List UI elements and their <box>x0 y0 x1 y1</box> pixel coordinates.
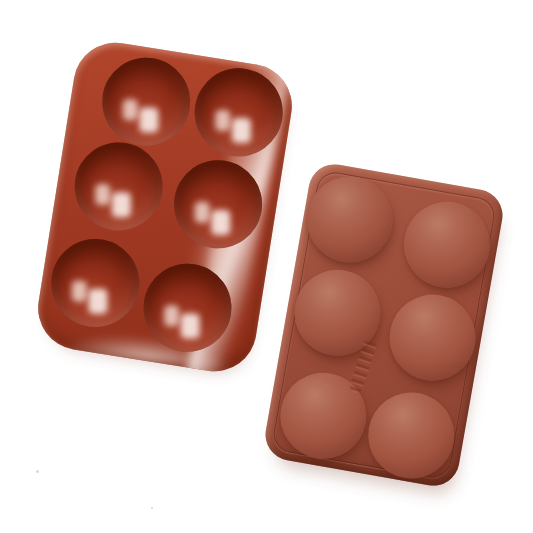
product-photo-canvas <box>0 0 533 533</box>
cavity-6 <box>137 257 238 358</box>
cavity-3 <box>68 136 169 237</box>
window-reflection <box>195 202 210 223</box>
dome-1 <box>300 170 400 270</box>
cavity-1 <box>96 51 197 152</box>
window-reflection <box>212 210 231 235</box>
window-reflection <box>72 281 87 302</box>
dome-2 <box>397 195 497 295</box>
dust-speck <box>151 507 153 509</box>
window-reflection <box>89 289 108 314</box>
window-reflection <box>112 192 131 217</box>
window-reflection <box>95 184 110 205</box>
window-reflection <box>232 118 251 143</box>
cavity-4 <box>168 154 269 255</box>
dome-6 <box>361 386 461 486</box>
dust-speck <box>36 470 39 473</box>
window-reflection <box>215 110 230 131</box>
cavity-2 <box>188 62 289 163</box>
left-mold-cavity-side <box>32 37 298 378</box>
right-mold-dome-side <box>261 160 506 489</box>
window-reflection <box>164 305 179 326</box>
window-reflection <box>123 99 138 120</box>
window-reflection <box>140 108 159 133</box>
cavity-5 <box>45 233 146 334</box>
window-reflection <box>181 314 200 339</box>
dome-4 <box>383 288 483 388</box>
